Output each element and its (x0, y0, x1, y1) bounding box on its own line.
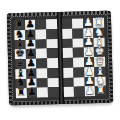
piece-white-pawn: ♟ (83, 26, 93, 37)
piece-white-pawn: ♟ (85, 85, 95, 96)
board-right-half: ♟♜♟♞♟♝♟♚♟♛♟♝♟♞♟♜ (61, 18, 106, 97)
square-e8: ♚ (15, 49, 26, 59)
square-g4 (62, 28, 73, 38)
square-h7: ♟ (25, 20, 36, 30)
square-e1: ♚ (94, 47, 105, 57)
piece-black-queen: ♛ (15, 57, 25, 68)
square-h1: ♜ (93, 18, 104, 28)
square-h5 (46, 19, 57, 29)
chess-board: ♜♟♞♟♝♟♚♟♛♟♝♟♞♟♜♟ ♟♜♟♞♟♝♟♚♟♛♟♝♟♞♟♜ (14, 18, 106, 98)
square-e6 (36, 49, 47, 59)
square-f4 (62, 38, 73, 48)
square-g5 (46, 29, 57, 39)
square-b7: ♟ (26, 78, 37, 88)
piece-black-bishop: ♝ (15, 38, 25, 49)
square-c8: ♝ (15, 69, 26, 79)
piece-black-bishop: ♝ (16, 67, 26, 78)
square-h8: ♜ (14, 20, 25, 30)
piece-white-bishop: ♝ (94, 36, 104, 47)
square-e7: ♟ (25, 49, 36, 59)
square-b3 (74, 77, 85, 87)
piece-white-rook: ♜ (94, 16, 104, 27)
square-b6 (37, 78, 48, 88)
square-h4 (61, 19, 72, 29)
square-d4 (62, 58, 73, 68)
piece-white-pawn: ♟ (83, 17, 93, 28)
piece-black-pawn: ♟ (26, 57, 36, 68)
piece-white-knight: ♞ (94, 26, 104, 37)
square-g2: ♟ (83, 28, 94, 38)
board-left-half: ♜♟♞♟♝♟♚♟♛♟♝♟♞♟♜♟ (14, 19, 59, 98)
square-c6 (37, 68, 48, 78)
piece-white-pawn: ♟ (84, 65, 94, 76)
square-d1: ♛ (94, 57, 105, 67)
piece-white-pawn: ♟ (85, 75, 95, 86)
square-d5 (47, 58, 58, 68)
piece-black-pawn: ♟ (25, 38, 35, 49)
piece-black-pawn: ♟ (26, 77, 36, 88)
square-e4 (62, 48, 73, 58)
square-d8: ♛ (15, 59, 26, 69)
square-d2: ♟ (84, 57, 95, 67)
square-c7: ♟ (26, 68, 37, 78)
square-b1: ♞ (95, 76, 106, 86)
square-g3 (72, 28, 83, 38)
chess-set-case: ♜♟♞♟♝♟♚♟♛♟♝♟♞♟♜♟ ♟♜♟♞♟♝♟♚♟♛♟♝♟♞♟♜ (7, 11, 113, 106)
piece-black-rook: ♜ (16, 87, 26, 98)
piece-black-pawn: ♟ (25, 18, 35, 29)
square-h3 (72, 18, 83, 28)
square-b5 (47, 78, 58, 88)
square-a8: ♜ (16, 88, 27, 98)
square-f7: ♟ (25, 39, 36, 49)
piece-black-rook: ♜ (14, 18, 24, 29)
square-h2: ♟ (83, 18, 94, 28)
square-f2: ♟ (83, 38, 94, 48)
piece-black-pawn: ♟ (25, 28, 35, 39)
piece-white-knight: ♞ (95, 75, 105, 86)
product-photo: ♜♟♞♟♝♟♚♟♛♟♝♟♞♟♜♟ ♟♜♟♞♟♝♟♚♟♛♟♝♟♞♟♜ (0, 0, 120, 120)
piece-black-pawn: ♟ (27, 86, 37, 97)
square-c2: ♟ (84, 67, 95, 77)
square-c5 (47, 68, 58, 78)
square-a1: ♜ (95, 86, 106, 96)
piece-white-rook: ♜ (95, 85, 105, 96)
square-b8: ♞ (16, 78, 27, 88)
piece-white-pawn: ♟ (84, 36, 94, 47)
square-c1: ♝ (95, 67, 106, 77)
square-f6 (36, 39, 47, 49)
square-f5 (46, 39, 57, 49)
case-ridged-edge-left (7, 13, 12, 105)
square-d6 (36, 58, 47, 68)
square-e5 (47, 48, 58, 58)
piece-black-pawn: ♟ (26, 47, 36, 58)
square-a2: ♟ (85, 86, 96, 96)
square-h6 (35, 19, 46, 29)
piece-black-knight: ♞ (16, 77, 26, 88)
case-ridged-edge-right (108, 11, 113, 103)
square-g6 (35, 29, 46, 39)
piece-black-pawn: ♟ (26, 67, 36, 78)
square-b2: ♟ (84, 77, 95, 87)
piece-white-queen: ♛ (95, 55, 105, 66)
square-d3 (73, 57, 84, 67)
square-d7: ♟ (26, 59, 37, 69)
square-f1: ♝ (94, 37, 105, 47)
piece-black-king: ♚ (15, 48, 25, 59)
square-e3 (73, 48, 84, 58)
square-b4 (63, 77, 74, 87)
square-e2: ♟ (83, 47, 94, 57)
square-g7: ♟ (25, 29, 36, 39)
square-a6 (37, 88, 48, 98)
piece-white-pawn: ♟ (84, 56, 94, 67)
square-f3 (73, 38, 84, 48)
square-c4 (63, 67, 74, 77)
square-g1: ♞ (94, 28, 105, 38)
square-f8: ♝ (15, 39, 26, 49)
square-a7: ♟ (26, 88, 37, 98)
piece-black-knight: ♞ (15, 28, 25, 39)
square-c3 (73, 67, 84, 77)
square-g8: ♞ (14, 30, 25, 40)
square-a5 (48, 87, 59, 97)
square-a3 (74, 87, 85, 97)
piece-white-bishop: ♝ (95, 65, 105, 76)
piece-white-king: ♚ (94, 46, 104, 57)
square-a4 (63, 87, 74, 97)
piece-white-pawn: ♟ (84, 46, 94, 57)
